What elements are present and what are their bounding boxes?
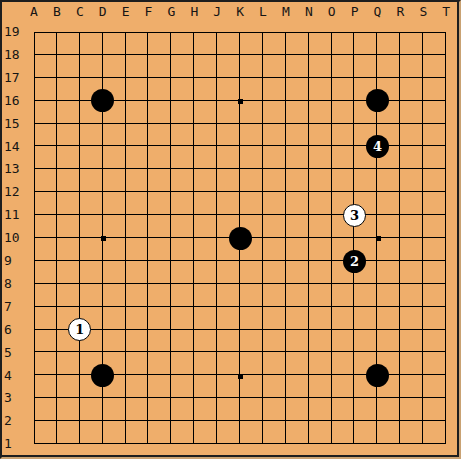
grid-cell [171,32,194,55]
grid-cell [34,146,57,169]
grid-cell [80,421,103,444]
grid-cell [103,192,126,215]
grid-cell [34,421,57,444]
grid-cell [423,215,446,238]
row-label-15: 15 [4,116,30,132]
grid-cell [240,330,263,353]
grid-cell [103,261,126,284]
grid-cell [34,169,57,192]
grid-cell [309,398,332,421]
grid-cell [148,215,171,238]
column-label-H: H [184,4,204,20]
column-label-J: J [207,4,227,20]
grid-cell [240,375,263,398]
grid-cell [309,169,332,192]
grid-cell [126,124,149,147]
grid-cell [126,352,149,375]
grid-cell [286,352,309,375]
grid-cell [194,238,217,261]
grid-cell [80,238,103,261]
grid-cell [286,375,309,398]
grid-cell [400,421,423,444]
grid-cell [34,55,57,78]
grid-cell [354,330,377,353]
grid-cell [217,284,240,307]
grid-cell [57,32,80,55]
grid-cell [194,398,217,421]
row-label-1: 1 [4,436,30,452]
grid-cell [34,124,57,147]
row-label-6: 6 [4,322,30,338]
grid-cell [217,169,240,192]
grid-cell [286,307,309,330]
grid-cell [423,330,446,353]
grid-cell [240,421,263,444]
grid-cell [171,330,194,353]
row-label-14: 14 [4,139,30,155]
grid-cell [400,146,423,169]
column-label-A: A [24,4,44,20]
grid-cell [194,169,217,192]
grid-cell [80,146,103,169]
grid-cell [377,421,400,444]
move-4-black-stone-Q14: 4 [366,135,389,158]
grid-cell [400,352,423,375]
grid-cell [217,352,240,375]
move-2-black-stone-P9: 2 [343,250,366,273]
grid-cell [34,284,57,307]
grid-cell [34,32,57,55]
row-label-3: 3 [4,390,30,406]
grid-cell [354,421,377,444]
grid-cell [126,330,149,353]
column-label-F: F [139,4,159,20]
grid-cell [171,169,194,192]
grid-cell [400,330,423,353]
grid-cell [286,169,309,192]
grid-cell [171,78,194,101]
grid-cell [400,238,423,261]
grid-cell [263,78,286,101]
grid-cell [263,101,286,124]
grid-cell [103,421,126,444]
grid-cell [286,261,309,284]
grid-cell [217,421,240,444]
grid-cell [171,307,194,330]
grid-cell [194,261,217,284]
row-label-17: 17 [4,70,30,86]
grid-cell [354,398,377,421]
grid-cell [80,55,103,78]
grid-cell [309,261,332,284]
grid-cell [240,146,263,169]
grid-cell [103,307,126,330]
grid-cell [423,78,446,101]
grid-cell [309,238,332,261]
row-label-4: 4 [4,368,30,384]
grid-cell [126,238,149,261]
grid-cell [423,307,446,330]
grid-cell [263,261,286,284]
row-label-5: 5 [4,345,30,361]
grid-cell [34,307,57,330]
grid-cell [240,261,263,284]
grid-cell [309,192,332,215]
star-point-K4 [238,374,243,379]
grid-cell [103,330,126,353]
grid-cell [377,284,400,307]
grid-cell [34,192,57,215]
grid-cell [240,192,263,215]
grid-cell [57,124,80,147]
grid-cell [240,307,263,330]
grid-cell [80,192,103,215]
grid-cell [377,330,400,353]
grid-cell [171,398,194,421]
grid-cell [423,192,446,215]
grid-cell [148,352,171,375]
grid-cell [423,375,446,398]
grid-cell [217,192,240,215]
grid-cell [57,284,80,307]
grid-cell [57,146,80,169]
row-label-19: 19 [4,24,30,40]
grid-cell [148,238,171,261]
grid-cell [57,421,80,444]
grid-cell [194,124,217,147]
grid-cell [332,352,355,375]
grid-cell [309,32,332,55]
grid-cell [103,398,126,421]
grid-cell [34,261,57,284]
grid-cell [332,307,355,330]
grid-cell [423,32,446,55]
column-label-D: D [93,4,113,20]
grid-cell [332,101,355,124]
grid-cell [263,146,286,169]
grid-cell [126,307,149,330]
grid-cell [57,215,80,238]
grid-cell [217,330,240,353]
grid-cell [377,261,400,284]
grid-cell [263,215,286,238]
grid-cell [171,124,194,147]
grid-cell [148,78,171,101]
column-label-G: G [161,4,181,20]
grid-cell [400,32,423,55]
grid-cell [80,215,103,238]
grid-cell [171,352,194,375]
grid-cell [34,352,57,375]
grid-cell [148,398,171,421]
grid-cell [354,55,377,78]
grid-cell [194,32,217,55]
grid-cell [263,307,286,330]
black-stone-Q4 [366,364,389,387]
grid-cell [286,55,309,78]
grid-cell [103,169,126,192]
star-point-D10 [101,236,106,241]
grid-cell [400,215,423,238]
grid-cell [286,284,309,307]
grid-cell [263,352,286,375]
grid-cell [171,284,194,307]
grid-cell [194,101,217,124]
grid-cell [309,215,332,238]
grid-cell [126,101,149,124]
grid-cell [309,146,332,169]
grid-cell [126,78,149,101]
row-label-7: 7 [4,299,30,315]
grid-cell [263,169,286,192]
grid-cell [194,307,217,330]
grid-cell [57,375,80,398]
grid-cell [377,55,400,78]
grid-cell [171,146,194,169]
column-label-O: O [322,4,342,20]
grid-cell [80,284,103,307]
grid-cell [240,352,263,375]
grid-cell [34,78,57,101]
grid-cell [286,124,309,147]
grid-cell [240,284,263,307]
grid-cell [377,238,400,261]
grid-cell [354,284,377,307]
grid-cell [103,238,126,261]
grid-cell [148,261,171,284]
grid-cell [332,32,355,55]
grid-cell [148,421,171,444]
grid-cell [332,124,355,147]
grid-cell [263,375,286,398]
move-3-white-stone-P11: 3 [343,204,366,227]
grid-cell [34,375,57,398]
grid-cell [400,78,423,101]
grid-cell [126,375,149,398]
grid-cell [194,55,217,78]
grid-cell [354,307,377,330]
grid-cell [332,330,355,353]
star-point-K16 [238,99,243,104]
grid-cell [240,124,263,147]
grid-cell [263,398,286,421]
row-label-18: 18 [4,47,30,63]
grid-cell [400,284,423,307]
grid-cell [400,307,423,330]
grid-cell [423,352,446,375]
grid-cell [286,146,309,169]
grid-cell [309,307,332,330]
grid-cell [400,55,423,78]
grid-cell [263,32,286,55]
grid-cell [286,215,309,238]
grid-cell [194,78,217,101]
grid-cell [423,169,446,192]
grid-cell [309,352,332,375]
grid-cell [400,192,423,215]
row-label-16: 16 [4,93,30,109]
grid-cell [332,146,355,169]
grid-cell [286,238,309,261]
grid-cell [423,146,446,169]
grid-cell [126,284,149,307]
grid-cell [126,55,149,78]
grid-cell [286,398,309,421]
grid-cell [400,101,423,124]
grid-cell [263,284,286,307]
grid-cell [309,78,332,101]
grid-cell [240,398,263,421]
grid-cell [263,124,286,147]
grid-cell [217,55,240,78]
grid-cell [377,169,400,192]
grid-cell [332,169,355,192]
grid-cell [103,284,126,307]
row-label-2: 2 [4,413,30,429]
grid-cell [263,55,286,78]
grid-cell [332,284,355,307]
grid-cell [217,375,240,398]
column-label-N: N [299,4,319,20]
row-label-10: 10 [4,230,30,246]
grid-cell [423,284,446,307]
grid-cell [148,101,171,124]
grid-cell [148,375,171,398]
row-label-11: 11 [4,207,30,223]
grid-cell [377,398,400,421]
grid-cell [194,146,217,169]
grid-cell [126,169,149,192]
grid-cell [217,146,240,169]
grid-cell [286,192,309,215]
column-label-K: K [230,4,250,20]
grid-cell [286,32,309,55]
grid-cell [309,284,332,307]
grid-cell [57,238,80,261]
grid-cell [126,421,149,444]
grid-cell [217,78,240,101]
grid-cell [194,330,217,353]
column-label-C: C [70,4,90,20]
grid-cell [354,32,377,55]
grid-cell [148,169,171,192]
grid-cell [103,124,126,147]
grid-cell [240,169,263,192]
grid-cell [240,32,263,55]
grid-cell [240,55,263,78]
row-label-12: 12 [4,184,30,200]
grid-cell [263,421,286,444]
row-label-9: 9 [4,253,30,269]
grid-cell [194,192,217,215]
grid-cell [148,307,171,330]
grid-cell [423,55,446,78]
grid-cell [80,169,103,192]
grid-cell [400,169,423,192]
grid-cell [126,32,149,55]
grid-cell [332,421,355,444]
grid-cell [126,261,149,284]
grid-cell [148,32,171,55]
grid-cell [423,261,446,284]
grid-cell [34,398,57,421]
grid-cell [332,375,355,398]
column-label-R: R [390,4,410,20]
grid-cell [57,192,80,215]
grid-cell [217,398,240,421]
row-label-8: 8 [4,276,30,292]
grid-cell [400,124,423,147]
grid-cell [34,330,57,353]
black-stone-K10 [229,227,252,250]
grid-cell [263,330,286,353]
grid-cell [148,146,171,169]
grid-cell [309,421,332,444]
grid-cell [217,101,240,124]
grid-cell [377,192,400,215]
grid-cell [286,421,309,444]
grid-cell [400,261,423,284]
grid-cell [286,330,309,353]
grid-cell [57,398,80,421]
grid-cell [217,32,240,55]
grid-cell [309,330,332,353]
grid-cell [217,307,240,330]
grid-cell [57,78,80,101]
grid-cell [80,32,103,55]
grid-cell [57,169,80,192]
grid-cell [80,398,103,421]
grid-cell [148,124,171,147]
grid-cell [34,101,57,124]
grid-cell [57,352,80,375]
grid-cell [103,55,126,78]
grid-cell [217,124,240,147]
grid-cell [171,375,194,398]
grid-cell [57,261,80,284]
grid-cell [309,124,332,147]
grid-cell [148,55,171,78]
column-label-B: B [47,4,67,20]
grid-cell [194,421,217,444]
grid-cell [194,352,217,375]
grid-cell [171,192,194,215]
grid-cell [57,55,80,78]
grid-cell [126,398,149,421]
star-point-Q10 [376,236,381,241]
grid-cell [194,284,217,307]
grid-cell [309,375,332,398]
grid-cell [171,238,194,261]
grid-cell [240,101,263,124]
grid-cell [377,32,400,55]
grid-cell [423,101,446,124]
grid-cell [194,375,217,398]
grid-cell [103,32,126,55]
grid-cell [148,284,171,307]
grid-cell [34,238,57,261]
grid-cell [240,78,263,101]
grid-cell [423,238,446,261]
grid-cell [423,398,446,421]
go-board-diagram: ABCDEFGHJKLMNOPQRST191817161514131211109… [0,0,461,459]
grid-cell [80,261,103,284]
grid-cell [217,261,240,284]
grid-cell [263,192,286,215]
column-label-T: T [436,4,456,20]
column-label-E: E [116,4,136,20]
grid-cell [332,55,355,78]
